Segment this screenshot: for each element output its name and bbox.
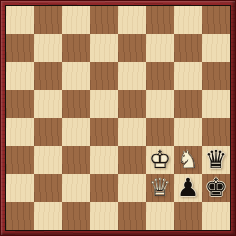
square-d8[interactable] <box>90 6 118 34</box>
square-f1[interactable] <box>146 202 174 230</box>
square-h4[interactable] <box>202 118 230 146</box>
square-e4[interactable] <box>118 118 146 146</box>
square-a3[interactable] <box>6 146 34 174</box>
square-f3[interactable]: ♚♔ <box>146 146 174 174</box>
square-f6[interactable] <box>146 62 174 90</box>
white-queen-outline-glyph: ♕ <box>146 174 174 202</box>
square-d1[interactable] <box>90 202 118 230</box>
square-e7[interactable] <box>118 34 146 62</box>
square-a4[interactable] <box>6 118 34 146</box>
square-d5[interactable] <box>90 90 118 118</box>
square-b7[interactable] <box>34 34 62 62</box>
square-c2[interactable] <box>62 174 90 202</box>
black-queen-glyph: ♛ <box>202 146 230 174</box>
chess-board: ♚♔♞♘♛♛♕♟♚ <box>5 5 231 231</box>
square-c3[interactable] <box>62 146 90 174</box>
square-c4[interactable] <box>62 118 90 146</box>
square-g7[interactable] <box>174 34 202 62</box>
square-e5[interactable] <box>118 90 146 118</box>
square-d4[interactable] <box>90 118 118 146</box>
white-king-outline-glyph: ♔ <box>146 146 174 174</box>
square-f7[interactable] <box>146 34 174 62</box>
square-f4[interactable] <box>146 118 174 146</box>
square-g4[interactable] <box>174 118 202 146</box>
square-a2[interactable] <box>6 174 34 202</box>
square-c5[interactable] <box>62 90 90 118</box>
square-a1[interactable] <box>6 202 34 230</box>
square-b4[interactable] <box>34 118 62 146</box>
square-d6[interactable] <box>90 62 118 90</box>
square-g5[interactable] <box>174 90 202 118</box>
square-e6[interactable] <box>118 62 146 90</box>
square-b8[interactable] <box>34 6 62 34</box>
square-e2[interactable] <box>118 174 146 202</box>
square-c1[interactable] <box>62 202 90 230</box>
square-b2[interactable] <box>34 174 62 202</box>
square-e8[interactable] <box>118 6 146 34</box>
square-g8[interactable] <box>174 6 202 34</box>
black-queen[interactable]: ♛ <box>202 146 230 174</box>
black-pawn[interactable]: ♟ <box>174 174 202 202</box>
square-a5[interactable] <box>6 90 34 118</box>
square-d2[interactable] <box>90 174 118 202</box>
square-a8[interactable] <box>6 6 34 34</box>
white-king[interactable]: ♚♔ <box>146 146 174 174</box>
square-h3[interactable]: ♛ <box>202 146 230 174</box>
square-h8[interactable] <box>202 6 230 34</box>
square-f5[interactable] <box>146 90 174 118</box>
square-h6[interactable] <box>202 62 230 90</box>
square-g3[interactable]: ♞♘ <box>174 146 202 174</box>
black-king[interactable]: ♚ <box>202 174 230 202</box>
square-d7[interactable] <box>90 34 118 62</box>
board-frame: ♚♔♞♘♛♛♕♟♚ <box>0 0 236 236</box>
square-a7[interactable] <box>6 34 34 62</box>
square-g1[interactable] <box>174 202 202 230</box>
square-f8[interactable] <box>146 6 174 34</box>
square-e1[interactable] <box>118 202 146 230</box>
square-g2[interactable]: ♟ <box>174 174 202 202</box>
square-b1[interactable] <box>34 202 62 230</box>
square-g6[interactable] <box>174 62 202 90</box>
square-h7[interactable] <box>202 34 230 62</box>
square-b6[interactable] <box>34 62 62 90</box>
black-king-glyph: ♚ <box>202 174 230 202</box>
square-f2[interactable]: ♛♕ <box>146 174 174 202</box>
white-knight-outline-glyph: ♘ <box>174 146 202 174</box>
square-a6[interactable] <box>6 62 34 90</box>
square-d3[interactable] <box>90 146 118 174</box>
square-h1[interactable] <box>202 202 230 230</box>
square-c6[interactable] <box>62 62 90 90</box>
square-b5[interactable] <box>34 90 62 118</box>
black-pawn-glyph: ♟ <box>174 174 202 202</box>
square-b3[interactable] <box>34 146 62 174</box>
square-h5[interactable] <box>202 90 230 118</box>
white-knight[interactable]: ♞♘ <box>174 146 202 174</box>
square-c7[interactable] <box>62 34 90 62</box>
square-c8[interactable] <box>62 6 90 34</box>
square-h2[interactable]: ♚ <box>202 174 230 202</box>
white-queen[interactable]: ♛♕ <box>146 174 174 202</box>
square-e3[interactable] <box>118 146 146 174</box>
